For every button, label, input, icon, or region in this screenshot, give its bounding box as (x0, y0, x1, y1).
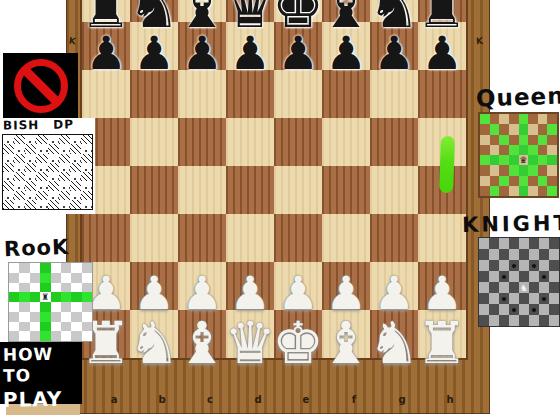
square-g7[interactable]: ♟ (370, 22, 418, 70)
diagram-cell (549, 282, 559, 293)
move-target-dot (512, 308, 516, 312)
diagram-cell (529, 271, 539, 282)
file-label-g: g (378, 394, 426, 408)
square-g3[interactable] (370, 214, 418, 262)
square-c4[interactable] (178, 166, 226, 214)
diagram-cell (25, 135, 36, 144)
diagram-cell (14, 172, 25, 181)
how-to-play-button[interactable]: HOW TO PLAY (0, 342, 82, 404)
diagram-cell (40, 312, 50, 322)
diagram-cell (14, 154, 25, 163)
diagram-cell (48, 163, 59, 172)
diagram-cell (528, 145, 538, 155)
diagram-cell (529, 249, 539, 260)
diagram-cell (81, 200, 92, 209)
square-f3[interactable] (322, 214, 370, 262)
queen-moves-diagram[interactable]: ♛ (478, 112, 559, 198)
diagram-cell (59, 172, 70, 181)
square-c7[interactable]: ♟ (178, 22, 226, 70)
diagram-cell (51, 273, 61, 283)
square-a7[interactable]: ♟ (82, 22, 130, 70)
how-to-play-line1: HOW TO (0, 343, 82, 387)
diagram-cell (549, 315, 559, 326)
diagram-cell (547, 145, 557, 155)
square-b5[interactable] (130, 118, 178, 166)
move-target-dot (502, 275, 506, 279)
diagram-cell (25, 172, 36, 181)
file-label-c: c (186, 394, 234, 408)
square-b2[interactable]: ♟ (130, 262, 178, 310)
diagram-cell (19, 292, 29, 302)
diagram-cell (499, 135, 509, 145)
diagram-cell (3, 172, 14, 181)
diagram-cell (479, 304, 489, 315)
diagram-cell (539, 304, 549, 315)
square-d5[interactable] (226, 118, 274, 166)
diagram-cell (71, 283, 81, 293)
file-label-b: b (138, 394, 186, 408)
square-a8[interactable]: ♜ (82, 0, 130, 22)
square-c8[interactable]: ♝ (178, 0, 226, 22)
white-knight-piece[interactable]: ♞ (128, 314, 180, 372)
square-h8[interactable]: ♜ (418, 0, 466, 22)
square-d7[interactable]: ♟ (226, 22, 274, 70)
diagram-cell (59, 181, 70, 190)
diagram-cell (48, 135, 59, 144)
square-g1[interactable]: ♞ (370, 310, 418, 358)
diagram-cell (499, 114, 509, 124)
diagram-cell (539, 315, 549, 326)
diagram-cell (30, 322, 40, 332)
move-target-dot (532, 264, 536, 268)
diagram-cell (529, 238, 539, 249)
diagram-cell (14, 163, 25, 172)
diagram-cell (19, 283, 29, 293)
diagram-cell (489, 315, 499, 326)
diagram-cell (30, 302, 40, 312)
diagram-cell (19, 312, 29, 322)
diagram-cell (509, 155, 519, 165)
diagram-cell (9, 302, 19, 312)
diagram-cell (489, 304, 499, 315)
diagram-cell (61, 302, 71, 312)
diagram-cell (51, 283, 61, 293)
diagram-cell (538, 165, 548, 175)
diagram-cell (499, 176, 509, 186)
diagram-cell (479, 293, 489, 304)
square-f4[interactable] (322, 166, 370, 214)
square-f7[interactable]: ♟ (322, 22, 370, 70)
diagram-cell (509, 293, 519, 304)
move-target-dot (512, 264, 516, 268)
diagram-cell (539, 293, 549, 304)
square-h7[interactable]: ♟ (418, 22, 466, 70)
diagram-cell (528, 114, 538, 124)
diagram-cell (59, 135, 70, 144)
diagram-piece-icon: ♜ (41, 293, 49, 302)
diagram-cell (509, 271, 519, 282)
diagram-cell (82, 312, 92, 322)
green-marker-stroke (439, 136, 455, 193)
black-pawn-piece[interactable]: ♟ (325, 30, 366, 76)
white-bishop-piece[interactable]: ♝ (320, 314, 372, 372)
diagram-cell (48, 144, 59, 153)
chess-app-window: ♜♞♝♛♚♝♞♜♟♟♟♟♟♟♟♟♟♟♟♟♟♟♟♟♜♞♝♛♚♝♞♜ abcdefg… (0, 0, 560, 420)
diagram-cell (40, 331, 50, 341)
square-b7[interactable]: ♟ (130, 22, 178, 70)
diagram-cell (71, 312, 81, 322)
bishop-title-word1: BISH (3, 118, 40, 133)
square-h2[interactable]: ♟ (418, 262, 466, 310)
diagram-cell (547, 186, 557, 196)
diagram-cell (499, 282, 509, 293)
diagram-cell (499, 293, 509, 304)
diagram-cell (36, 135, 47, 144)
square-e7[interactable]: ♟ (274, 22, 322, 70)
black-pawn-piece[interactable]: ♟ (229, 30, 270, 76)
diagram-cell (490, 114, 500, 124)
square-c2[interactable]: ♟ (178, 262, 226, 310)
diagram-cell (14, 135, 25, 144)
diagram-cell (549, 293, 559, 304)
diagram-cell (36, 163, 47, 172)
diagram-cell (59, 144, 70, 153)
square-c3[interactable] (178, 214, 226, 262)
square-d3[interactable] (226, 214, 274, 262)
diagram-cell (490, 165, 500, 175)
square-f8[interactable]: ♝ (322, 0, 370, 22)
diagram-cell (71, 263, 81, 273)
diagram-cell (36, 144, 47, 153)
diagram-cell (528, 186, 538, 196)
diagram-cell (48, 181, 59, 190)
diagram-cell (509, 260, 519, 271)
diagram-cell (538, 114, 548, 124)
diagram-cell (489, 238, 499, 249)
square-b3[interactable] (130, 214, 178, 262)
diagram-piece-icon: ♞ (520, 283, 528, 292)
square-g4[interactable] (370, 166, 418, 214)
diagram-cell (36, 154, 47, 163)
diagram-cell (14, 200, 25, 209)
diagram-cell (3, 163, 14, 172)
diagram-cell (519, 135, 529, 145)
main-board-squares: ♜♞♝♛♚♝♞♜♟♟♟♟♟♟♟♟♟♟♟♟♟♟♟♟♜♞♝♛♚♝♞♜ (80, 0, 468, 360)
diagram-cell (528, 124, 538, 134)
white-rook-piece[interactable]: ♜ (416, 314, 468, 372)
square-d4[interactable] (226, 166, 274, 214)
diagram-cell (61, 283, 71, 293)
square-e3[interactable] (274, 214, 322, 262)
diagram-cell: ♜ (40, 292, 50, 302)
black-pawn-piece[interactable]: ♟ (85, 30, 126, 76)
diagram-cell (519, 293, 529, 304)
diagram-cell (529, 304, 539, 315)
diagram-cell (61, 263, 71, 273)
diagram-cell (30, 273, 40, 283)
diagram-cell (61, 331, 71, 341)
diagram-cell (3, 144, 14, 153)
black-pawn-piece[interactable]: ♟ (181, 30, 222, 76)
diagram-cell (519, 165, 529, 175)
diagram-cell (519, 271, 529, 282)
diagram-cell (539, 249, 549, 260)
diagram-cell (547, 155, 557, 165)
diagram-cell (490, 176, 500, 186)
white-king-piece[interactable]: ♚ (272, 314, 324, 372)
diagram-cell (36, 200, 47, 209)
diagram-cell (82, 273, 92, 283)
diagram-cell (82, 331, 92, 341)
square-f5[interactable] (322, 118, 370, 166)
diagram-cell (9, 273, 19, 283)
diagram-cell (51, 302, 61, 312)
square-b1[interactable]: ♞ (130, 310, 178, 358)
diagram-cell (519, 260, 529, 271)
diagram-cell (547, 114, 557, 124)
black-pawn-piece[interactable]: ♟ (421, 30, 462, 76)
diagram-cell (48, 154, 59, 163)
square-g2[interactable]: ♟ (370, 262, 418, 310)
diagram-cell (499, 124, 509, 134)
white-queen-piece[interactable]: ♛ (224, 314, 276, 372)
diagram-cell (82, 302, 92, 312)
no-sign-button[interactable] (3, 53, 78, 119)
bishop-moves-diagram (2, 134, 93, 210)
diagram-cell (9, 283, 19, 293)
diagram-cell (519, 114, 529, 124)
diagram-cell (509, 238, 519, 249)
diagram-cell (9, 292, 19, 302)
diagram-cell (40, 302, 50, 312)
diagram-cell (61, 322, 71, 332)
square-b4[interactable] (130, 166, 178, 214)
diagram-cell (519, 249, 529, 260)
square-g8[interactable]: ♞ (370, 0, 418, 22)
move-target-dot (502, 297, 506, 301)
diagram-cell (538, 176, 548, 186)
diagram-cell (529, 282, 539, 293)
diagram-cell (549, 304, 559, 315)
bishop-title-word2: DP (53, 117, 74, 131)
square-f2[interactable]: ♟ (322, 262, 370, 310)
diagram-cell (14, 191, 25, 200)
diagram-cell (528, 165, 538, 175)
diagram-cell (59, 200, 70, 209)
diagram-cell (71, 273, 81, 283)
square-e4[interactable] (274, 166, 322, 214)
diagram-cell (19, 322, 29, 332)
board-edge-mark-right: K (476, 36, 484, 46)
diagram-cell (61, 273, 71, 283)
diagram-cell (71, 302, 81, 312)
diagram-cell (25, 191, 36, 200)
square-h3[interactable] (418, 214, 466, 262)
square-c5[interactable] (178, 118, 226, 166)
diagram-cell (36, 172, 47, 181)
diagram-cell (539, 271, 549, 282)
square-g5[interactable] (370, 118, 418, 166)
white-bishop-piece[interactable]: ♝ (176, 314, 228, 372)
how-to-play-line2: PLAY (0, 386, 82, 412)
diagram-cell (3, 135, 14, 144)
bishop-panel-title: BISHDP (3, 117, 74, 132)
square-e8[interactable]: ♚ (274, 0, 322, 22)
diagram-cell (509, 165, 519, 175)
diagram-cell (549, 271, 559, 282)
diagram-cell (549, 238, 559, 249)
diagram-cell (19, 331, 29, 341)
diagram-cell (14, 181, 25, 190)
diagram-cell (70, 135, 81, 144)
diagram-cell (529, 260, 539, 271)
diagram-cell (509, 315, 519, 326)
diagram-cell (519, 238, 529, 249)
diagram-cell (499, 155, 509, 165)
diagram-cell (3, 154, 14, 163)
diagram-cell (25, 200, 36, 209)
diagram-cell (489, 271, 499, 282)
diagram-cell (499, 238, 509, 249)
file-label-d: d (234, 394, 282, 408)
diagram-cell (480, 145, 490, 155)
diagram-cell (19, 273, 29, 283)
move-target-dot (532, 308, 536, 312)
diagram-cell (489, 249, 499, 260)
diagram-cell (539, 260, 549, 271)
square-a3[interactable] (82, 214, 130, 262)
diagram-cell (538, 145, 548, 155)
diagram-cell (9, 331, 19, 341)
diagram-cell (40, 263, 50, 273)
square-f1[interactable]: ♝ (322, 310, 370, 358)
main-chess-board: ♜♞♝♛♚♝♞♜♟♟♟♟♟♟♟♟♟♟♟♟♟♟♟♟♜♞♝♛♚♝♞♜ abcdefg… (66, 0, 490, 414)
diagram-cell (539, 238, 549, 249)
diagram-cell (479, 260, 489, 271)
diagram-cell (48, 191, 59, 200)
black-pawn-piece[interactable]: ♟ (373, 30, 414, 76)
diagram-cell (528, 176, 538, 186)
diagram-cell (490, 135, 500, 145)
diagram-cell (479, 271, 489, 282)
diagram-cell (81, 191, 92, 200)
file-label-a: a (90, 394, 138, 408)
diagram-cell (59, 191, 70, 200)
diagram-cell (479, 238, 489, 249)
diagram-piece-icon: ♛ (519, 156, 527, 165)
diagram-cell (70, 191, 81, 200)
diagram-cell (81, 154, 92, 163)
diagram-cell (30, 283, 40, 293)
file-label-e: e (282, 394, 330, 408)
diagram-cell (529, 315, 539, 326)
diagram-cell (25, 181, 36, 190)
square-e1[interactable]: ♚ (274, 310, 322, 358)
diagram-cell (490, 124, 500, 134)
square-h1[interactable]: ♜ (418, 310, 466, 358)
diagram-cell (489, 260, 499, 271)
square-d1[interactable]: ♛ (226, 310, 274, 358)
diagram-cell (509, 135, 519, 145)
diagram-cell (30, 312, 40, 322)
diagram-cell (71, 292, 81, 302)
diagram-cell (9, 263, 19, 273)
diagram-cell (519, 124, 529, 134)
diagram-cell (539, 282, 549, 293)
diagram-cell (9, 322, 19, 332)
knight-moves-diagram[interactable]: ♞ (478, 237, 560, 327)
diagram-cell (71, 331, 81, 341)
diagram-cell (519, 176, 529, 186)
diagram-cell (538, 155, 548, 165)
diagram-cell (479, 249, 489, 260)
white-knight-piece[interactable]: ♞ (368, 314, 420, 372)
diagram-cell (82, 292, 92, 302)
diagram-cell (19, 263, 29, 273)
diagram-cell (70, 144, 81, 153)
diagram-cell (70, 200, 81, 209)
bishop-tutorial-panel[interactable]: BISHDP (0, 118, 95, 214)
rook-moves-diagram[interactable]: ♜ (8, 262, 93, 342)
board-edge-mark-left: K (68, 36, 76, 47)
file-labels: abcdefgh (90, 394, 474, 408)
diagram-cell (480, 135, 490, 145)
move-target-dot (542, 275, 546, 279)
diagram-cell (528, 135, 538, 145)
diagram-cell (499, 186, 509, 196)
diagram-cell (519, 304, 529, 315)
diagram-cell (19, 302, 29, 312)
diagram-cell (499, 315, 509, 326)
diagram-cell (81, 172, 92, 181)
square-d2[interactable]: ♟ (226, 262, 274, 310)
diagram-cell (81, 163, 92, 172)
diagram-cell (547, 165, 557, 175)
diagram-cell (3, 191, 14, 200)
diagram-cell (538, 124, 548, 134)
diagram-cell (81, 144, 92, 153)
black-pawn-piece[interactable]: ♟ (277, 30, 318, 76)
diagram-cell (25, 154, 36, 163)
diagram-cell (509, 186, 519, 196)
diagram-cell (480, 124, 490, 134)
square-d8[interactable]: ♛ (226, 0, 274, 22)
diagram-cell (538, 135, 548, 145)
diagram-cell (9, 312, 19, 322)
diagram-cell (25, 144, 36, 153)
diagram-cell (51, 322, 61, 332)
diagram-cell (480, 165, 490, 175)
diagram-cell (40, 273, 50, 283)
diagram-cell (489, 282, 499, 293)
move-target-dot (542, 297, 546, 301)
square-e5[interactable] (274, 118, 322, 166)
square-e2[interactable]: ♟ (274, 262, 322, 310)
diagram-cell (30, 292, 40, 302)
square-c1[interactable]: ♝ (178, 310, 226, 358)
diagram-cell (81, 135, 92, 144)
black-pawn-piece[interactable]: ♟ (133, 30, 174, 76)
diagram-cell (480, 176, 490, 186)
diagram-cell (509, 176, 519, 186)
diagram-cell (489, 293, 499, 304)
diagram-cell (51, 331, 61, 341)
diagram-cell (509, 282, 519, 293)
square-b8[interactable]: ♞ (130, 0, 178, 22)
diagram-cell (509, 124, 519, 134)
diagram-cell (528, 155, 538, 165)
diagram-cell (70, 163, 81, 172)
